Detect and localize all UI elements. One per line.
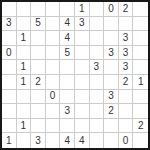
- cell-r3c2[interactable]: 1: [17, 31, 32, 46]
- cell-r1c2[interactable]: [17, 2, 32, 17]
- cell-r10c3[interactable]: 3: [31, 133, 46, 148]
- cell-r6c1[interactable]: [2, 75, 17, 90]
- cell-r9c10[interactable]: 2: [133, 119, 148, 134]
- cell-r4c10[interactable]: [133, 46, 148, 61]
- cell-r4c6[interactable]: [75, 46, 90, 61]
- cell-r4c7[interactable]: [90, 46, 105, 61]
- cell-r10c5[interactable]: 4: [60, 133, 75, 148]
- cell-r5c2[interactable]: 1: [17, 60, 32, 75]
- cell-r7c3[interactable]: [31, 90, 46, 105]
- cell-r1c7[interactable]: [90, 2, 105, 17]
- cell-r9c5[interactable]: [60, 119, 75, 134]
- cell-r4c5[interactable]: 5: [60, 46, 75, 61]
- cell-r8c3[interactable]: [31, 104, 46, 119]
- cell-r8c1[interactable]: [2, 104, 17, 119]
- cell-r2c5[interactable]: 4: [60, 17, 75, 32]
- cell-r7c10[interactable]: [133, 90, 148, 105]
- cell-r6c3[interactable]: 2: [31, 75, 46, 90]
- cell-r1c1[interactable]: [2, 2, 17, 17]
- cell-r9c9[interactable]: [119, 119, 134, 134]
- cell-r10c6[interactable]: 4: [75, 133, 90, 148]
- cell-r5c9[interactable]: 3: [119, 60, 134, 75]
- cell-r5c4[interactable]: [46, 60, 61, 75]
- cell-r10c2[interactable]: [17, 133, 32, 148]
- cell-r2c2[interactable]: [17, 17, 32, 32]
- cell-r5c10[interactable]: [133, 60, 148, 75]
- cell-r9c8[interactable]: [104, 119, 119, 134]
- cell-r5c3[interactable]: [31, 60, 46, 75]
- cell-r9c6[interactable]: [75, 119, 90, 134]
- cell-r1c10[interactable]: [133, 2, 148, 17]
- cell-r10c1[interactable]: 1: [2, 133, 17, 148]
- cell-r7c4[interactable]: 0: [46, 90, 61, 105]
- cell-r3c8[interactable]: [104, 31, 119, 46]
- cell-r3c4[interactable]: [46, 31, 61, 46]
- cell-r9c1[interactable]: [2, 119, 17, 134]
- cell-r1c4[interactable]: [46, 2, 61, 17]
- cell-r7c9[interactable]: [119, 90, 134, 105]
- cell-r5c8[interactable]: [104, 60, 119, 75]
- cell-r10c8[interactable]: [104, 133, 119, 148]
- cell-r3c9[interactable]: 3: [119, 31, 134, 46]
- cell-r6c10[interactable]: 1: [133, 75, 148, 90]
- cell-r4c9[interactable]: 3: [119, 46, 134, 61]
- cell-r5c6[interactable]: [75, 60, 90, 75]
- cell-r7c7[interactable]: [90, 90, 105, 105]
- cell-r3c6[interactable]: [75, 31, 90, 46]
- cell-r8c10[interactable]: [133, 104, 148, 119]
- cell-r6c8[interactable]: [104, 75, 119, 90]
- cell-r8c9[interactable]: [119, 104, 134, 119]
- cell-r3c10[interactable]: [133, 31, 148, 46]
- cell-r2c8[interactable]: [104, 17, 119, 32]
- cell-r10c4[interactable]: [46, 133, 61, 148]
- cell-r7c8[interactable]: 3: [104, 90, 119, 105]
- cell-r7c1[interactable]: [2, 90, 17, 105]
- cell-r2c1[interactable]: 3: [2, 17, 17, 32]
- cell-r6c6[interactable]: [75, 75, 90, 90]
- cell-r3c1[interactable]: [2, 31, 17, 46]
- cell-r1c3[interactable]: [31, 2, 46, 17]
- cell-r9c7[interactable]: [90, 119, 105, 134]
- cell-r4c4[interactable]: [46, 46, 61, 61]
- cell-r5c7[interactable]: 3: [90, 60, 105, 75]
- cell-r1c5[interactable]: [60, 2, 75, 17]
- cell-r2c3[interactable]: 5: [31, 17, 46, 32]
- cell-r2c6[interactable]: 3: [75, 17, 90, 32]
- cell-r9c4[interactable]: [46, 119, 61, 134]
- cell-r6c2[interactable]: 1: [17, 75, 32, 90]
- cell-r6c4[interactable]: [46, 75, 61, 90]
- cell-r1c8[interactable]: 0: [104, 2, 119, 17]
- cell-r2c9[interactable]: [119, 17, 134, 32]
- cell-r2c10[interactable]: [133, 17, 148, 32]
- cell-r10c9[interactable]: 0: [119, 133, 134, 148]
- cell-r6c5[interactable]: [60, 75, 75, 90]
- cell-r5c5[interactable]: [60, 60, 75, 75]
- cell-r8c2[interactable]: [17, 104, 32, 119]
- cell-r1c9[interactable]: 2: [119, 2, 134, 17]
- cell-r7c6[interactable]: [75, 90, 90, 105]
- cell-r8c7[interactable]: [90, 104, 105, 119]
- cell-r5c1[interactable]: [2, 60, 17, 75]
- cell-r3c7[interactable]: [90, 31, 105, 46]
- cell-r10c7[interactable]: [90, 133, 105, 148]
- cell-r8c8[interactable]: 2: [104, 104, 119, 119]
- cell-r7c5[interactable]: [60, 90, 75, 105]
- cell-r3c5[interactable]: 4: [60, 31, 75, 46]
- cell-r6c7[interactable]: [90, 75, 105, 90]
- cell-r10c10[interactable]: [133, 133, 148, 148]
- cell-r8c6[interactable]: [75, 104, 90, 119]
- cell-r8c5[interactable]: 3: [60, 104, 75, 119]
- cell-r9c2[interactable]: 1: [17, 119, 32, 134]
- puzzle-board: 10235431430533133122103321213440: [0, 0, 150, 150]
- cell-r4c3[interactable]: [31, 46, 46, 61]
- cell-r2c7[interactable]: [90, 17, 105, 32]
- cell-r8c4[interactable]: [46, 104, 61, 119]
- cell-r4c1[interactable]: 0: [2, 46, 17, 61]
- cell-r9c3[interactable]: [31, 119, 46, 134]
- cell-r1c6[interactable]: 1: [75, 2, 90, 17]
- cell-r3c3[interactable]: [31, 31, 46, 46]
- cell-r4c2[interactable]: [17, 46, 32, 61]
- cell-r6c9[interactable]: 2: [119, 75, 134, 90]
- cell-r2c4[interactable]: [46, 17, 61, 32]
- cell-r7c2[interactable]: [17, 90, 32, 105]
- cell-r4c8[interactable]: 3: [104, 46, 119, 61]
